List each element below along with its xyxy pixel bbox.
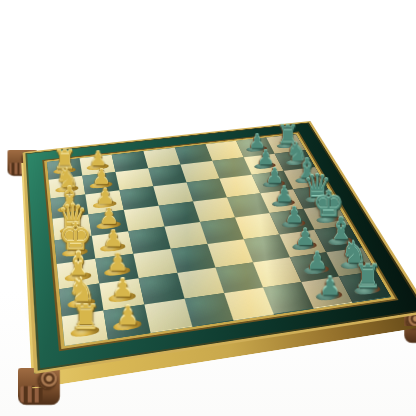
board-squares-grid: ♜♟♟♜♞♟♟♞♝♟♟♝♛♟♟♛♚♟♟♚♝♟♟♝♞♟♟♞♜♟♟♜ <box>47 134 391 346</box>
ionic-volute-icon <box>406 311 416 328</box>
square-h1: ♜ <box>62 310 108 346</box>
piece-black-pawn-h7: ♟ <box>300 275 359 299</box>
chess-board: ♜♟♟♜♞♟♟♞♝♟♟♝♛♟♟♛♚♟♟♚♝♟♟♝♞♟♟♞♜♟♟♜ <box>23 121 416 374</box>
square-e5 <box>200 218 244 244</box>
ionic-corner-foot-near <box>18 368 60 405</box>
square-h4 <box>185 293 234 327</box>
square-g5 <box>215 262 263 293</box>
square-e4 <box>164 222 207 249</box>
piece-black-pawn-f7: ♟ <box>278 227 332 249</box>
square-h5 <box>224 288 274 321</box>
piece-black-pawn-g7: ♟ <box>289 250 345 273</box>
column-flutes-icon <box>9 163 25 174</box>
ionic-volute-icon <box>22 151 35 164</box>
ionic-corner-foot-right <box>404 309 416 343</box>
piece-white-rook-h1: ♜ <box>55 302 117 335</box>
column-flutes-icon <box>20 386 42 402</box>
product-photo-scene: ♜♟♟♜♞♟♟♞♝♟♟♝♛♟♟♛♚♟♟♚♝♟♟♝♞♟♟♞♜♟♟♜ <box>0 0 416 416</box>
